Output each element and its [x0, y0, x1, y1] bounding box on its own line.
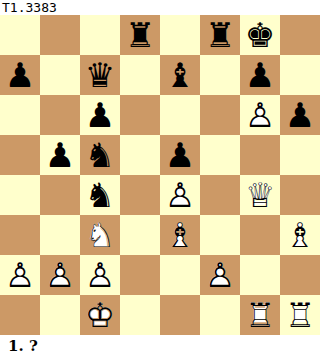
square-e3[interactable]: ♝♗ — [160, 215, 200, 255]
square-g2[interactable] — [240, 255, 280, 295]
square-b5[interactable]: ♟ — [40, 135, 80, 175]
square-e1[interactable] — [160, 295, 200, 335]
square-d2[interactable] — [120, 255, 160, 295]
white-pawn: ♙ — [40, 255, 80, 295]
white-queen: ♕ — [240, 175, 280, 215]
square-d1[interactable] — [120, 295, 160, 335]
square-h7[interactable] — [280, 55, 320, 95]
square-h3[interactable]: ♝♗ — [280, 215, 320, 255]
white-pawn: ♙ — [160, 175, 200, 215]
square-f1[interactable] — [200, 295, 240, 335]
square-e6[interactable] — [160, 95, 200, 135]
square-e8[interactable] — [160, 15, 200, 55]
square-d3[interactable] — [120, 215, 160, 255]
chess-puzzle-window: T1.3383 ♜♜♚♟♛♝♟♟♟♙♟♟♞♟♞♟♙♛♕♞♘♝♗♝♗♟♙♟♙♟♙♟… — [0, 0, 320, 360]
square-h8[interactable] — [280, 15, 320, 55]
square-d7[interactable] — [120, 55, 160, 95]
square-a1[interactable] — [0, 295, 40, 335]
square-f2[interactable]: ♟♙ — [200, 255, 240, 295]
white-pawn: ♙ — [0, 255, 40, 295]
square-g5[interactable] — [240, 135, 280, 175]
white-bishop: ♗ — [280, 215, 320, 255]
white-bishop: ♗ — [160, 215, 200, 255]
square-b2[interactable]: ♟♙ — [40, 255, 80, 295]
square-h5[interactable] — [280, 135, 320, 175]
black-rook: ♜ — [120, 15, 160, 55]
square-e4[interactable]: ♟♙ — [160, 175, 200, 215]
square-c1[interactable]: ♚♔ — [80, 295, 120, 335]
square-c3[interactable]: ♞♘ — [80, 215, 120, 255]
square-b4[interactable] — [40, 175, 80, 215]
white-rook: ♖ — [280, 295, 320, 335]
black-pawn: ♟ — [40, 135, 80, 175]
square-a8[interactable] — [0, 15, 40, 55]
puzzle-title: T1.3383 — [2, 0, 57, 15]
chess-board: ♜♜♚♟♛♝♟♟♟♙♟♟♞♟♞♟♙♛♕♞♘♝♗♝♗♟♙♟♙♟♙♟♙♚♔♜♖♜♖ — [0, 15, 320, 335]
square-h6[interactable]: ♟ — [280, 95, 320, 135]
white-rook: ♖ — [240, 295, 280, 335]
black-pawn: ♟ — [80, 95, 120, 135]
white-king: ♔ — [80, 295, 120, 335]
square-f5[interactable] — [200, 135, 240, 175]
square-a3[interactable] — [0, 215, 40, 255]
square-a7[interactable]: ♟ — [0, 55, 40, 95]
square-d4[interactable] — [120, 175, 160, 215]
square-a2[interactable]: ♟♙ — [0, 255, 40, 295]
black-bishop: ♝ — [160, 55, 200, 95]
square-c8[interactable] — [80, 15, 120, 55]
square-g3[interactable] — [240, 215, 280, 255]
square-e2[interactable] — [160, 255, 200, 295]
black-pawn: ♟ — [280, 95, 320, 135]
square-c6[interactable]: ♟ — [80, 95, 120, 135]
square-f8[interactable]: ♜ — [200, 15, 240, 55]
square-d8[interactable]: ♜ — [120, 15, 160, 55]
white-pawn: ♙ — [240, 95, 280, 135]
square-f3[interactable] — [200, 215, 240, 255]
square-f7[interactable] — [200, 55, 240, 95]
square-h1[interactable]: ♜♖ — [280, 295, 320, 335]
white-pawn: ♙ — [200, 255, 240, 295]
square-b1[interactable] — [40, 295, 80, 335]
square-e5[interactable]: ♟ — [160, 135, 200, 175]
square-g4[interactable]: ♛♕ — [240, 175, 280, 215]
square-d6[interactable] — [120, 95, 160, 135]
black-pawn: ♟ — [240, 55, 280, 95]
square-g7[interactable]: ♟ — [240, 55, 280, 95]
white-knight: ♘ — [80, 215, 120, 255]
black-king: ♚ — [240, 15, 280, 55]
square-f4[interactable] — [200, 175, 240, 215]
square-b3[interactable] — [40, 215, 80, 255]
square-c7[interactable]: ♛ — [80, 55, 120, 95]
square-c5[interactable]: ♞ — [80, 135, 120, 175]
square-a5[interactable] — [0, 135, 40, 175]
square-g1[interactable]: ♜♖ — [240, 295, 280, 335]
square-h2[interactable] — [280, 255, 320, 295]
square-c2[interactable]: ♟♙ — [80, 255, 120, 295]
square-e7[interactable]: ♝ — [160, 55, 200, 95]
black-pawn: ♟ — [160, 135, 200, 175]
square-b6[interactable] — [40, 95, 80, 135]
square-a4[interactable] — [0, 175, 40, 215]
square-a6[interactable] — [0, 95, 40, 135]
white-pawn: ♙ — [80, 255, 120, 295]
square-f6[interactable] — [200, 95, 240, 135]
square-h4[interactable] — [280, 175, 320, 215]
black-knight: ♞ — [80, 135, 120, 175]
square-g6[interactable]: ♟♙ — [240, 95, 280, 135]
move-prompt: 1. ? — [8, 336, 38, 356]
square-g8[interactable]: ♚ — [240, 15, 280, 55]
square-c4[interactable]: ♞ — [80, 175, 120, 215]
square-b7[interactable] — [40, 55, 80, 95]
black-rook: ♜ — [200, 15, 240, 55]
black-queen: ♛ — [80, 55, 120, 95]
black-pawn: ♟ — [0, 55, 40, 95]
black-knight: ♞ — [80, 175, 120, 215]
square-d5[interactable] — [120, 135, 160, 175]
square-b8[interactable] — [40, 15, 80, 55]
